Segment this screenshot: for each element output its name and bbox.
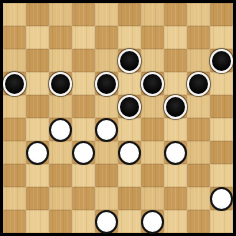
board-square[interactable] xyxy=(118,141,141,164)
board-square[interactable] xyxy=(26,164,49,187)
board-square[interactable] xyxy=(95,72,118,95)
board-square[interactable] xyxy=(210,95,233,118)
board-square[interactable] xyxy=(49,95,72,118)
board-square[interactable] xyxy=(141,210,164,233)
board-square[interactable] xyxy=(95,3,118,26)
white-man[interactable] xyxy=(95,118,118,142)
board-square[interactable] xyxy=(118,72,141,95)
board-square[interactable] xyxy=(118,118,141,141)
board-square[interactable] xyxy=(164,210,187,233)
black-man[interactable] xyxy=(187,72,210,96)
black-man[interactable] xyxy=(118,95,141,119)
board-square[interactable] xyxy=(95,95,118,118)
board-square[interactable] xyxy=(164,72,187,95)
board-square[interactable] xyxy=(210,26,233,49)
board-square[interactable] xyxy=(164,3,187,26)
board-square[interactable] xyxy=(72,118,95,141)
board-square[interactable] xyxy=(210,118,233,141)
black-man[interactable] xyxy=(3,72,26,96)
board-square[interactable] xyxy=(187,210,210,233)
board-square[interactable] xyxy=(187,118,210,141)
black-man[interactable] xyxy=(210,49,233,73)
board-square[interactable] xyxy=(49,141,72,164)
board-square[interactable] xyxy=(49,187,72,210)
board-square[interactable] xyxy=(141,118,164,141)
black-man[interactable] xyxy=(118,49,141,73)
board-square[interactable] xyxy=(26,26,49,49)
draughts-board xyxy=(3,3,233,233)
white-man[interactable] xyxy=(141,210,164,234)
board-square[interactable] xyxy=(187,26,210,49)
board-square[interactable] xyxy=(118,95,141,118)
board-square[interactable] xyxy=(72,26,95,49)
board-square[interactable] xyxy=(187,49,210,72)
board-square[interactable] xyxy=(187,72,210,95)
board-square[interactable] xyxy=(141,164,164,187)
black-man[interactable] xyxy=(141,72,164,96)
white-man[interactable] xyxy=(26,141,49,165)
board-square[interactable] xyxy=(164,164,187,187)
board-square[interactable] xyxy=(95,26,118,49)
white-man[interactable] xyxy=(118,141,141,165)
board-square[interactable] xyxy=(141,72,164,95)
white-man[interactable] xyxy=(72,141,95,165)
board-square[interactable] xyxy=(187,187,210,210)
black-man[interactable] xyxy=(95,72,118,96)
white-man[interactable] xyxy=(49,118,72,142)
board-square[interactable] xyxy=(118,210,141,233)
board-square[interactable] xyxy=(49,3,72,26)
board-square[interactable] xyxy=(3,95,26,118)
board-square[interactable] xyxy=(95,118,118,141)
board-square[interactable] xyxy=(95,49,118,72)
board-square[interactable] xyxy=(187,141,210,164)
board-square[interactable] xyxy=(72,95,95,118)
black-man[interactable] xyxy=(49,72,72,96)
board-square[interactable] xyxy=(3,141,26,164)
black-man[interactable] xyxy=(164,95,187,119)
board-square[interactable] xyxy=(118,49,141,72)
board-square[interactable] xyxy=(26,3,49,26)
board-square[interactable] xyxy=(210,72,233,95)
board-square[interactable] xyxy=(3,118,26,141)
board-square[interactable] xyxy=(95,141,118,164)
board-square[interactable] xyxy=(141,49,164,72)
board-square[interactable] xyxy=(72,49,95,72)
board-square[interactable] xyxy=(49,118,72,141)
board-square[interactable] xyxy=(164,49,187,72)
board-frame xyxy=(0,0,236,236)
board-square[interactable] xyxy=(95,164,118,187)
board-square[interactable] xyxy=(26,95,49,118)
board-square[interactable] xyxy=(210,141,233,164)
board-square[interactable] xyxy=(141,187,164,210)
board-square[interactable] xyxy=(210,210,233,233)
board-square[interactable] xyxy=(3,187,26,210)
board-square[interactable] xyxy=(26,210,49,233)
board-square[interactable] xyxy=(118,26,141,49)
board-square[interactable] xyxy=(72,187,95,210)
board-square[interactable] xyxy=(26,118,49,141)
board-square[interactable] xyxy=(3,72,26,95)
board-square[interactable] xyxy=(49,26,72,49)
board-square[interactable] xyxy=(72,72,95,95)
board-square[interactable] xyxy=(95,210,118,233)
board-square[interactable] xyxy=(26,72,49,95)
board-square[interactable] xyxy=(118,187,141,210)
board-square[interactable] xyxy=(26,49,49,72)
white-man[interactable] xyxy=(164,141,187,165)
board-square[interactable] xyxy=(3,49,26,72)
board-square[interactable] xyxy=(72,164,95,187)
board-square[interactable] xyxy=(210,187,233,210)
board-square[interactable] xyxy=(3,26,26,49)
board-square[interactable] xyxy=(26,187,49,210)
board-square[interactable] xyxy=(210,3,233,26)
board-square[interactable] xyxy=(141,95,164,118)
board-square[interactable] xyxy=(72,210,95,233)
board-square[interactable] xyxy=(141,141,164,164)
board-square[interactable] xyxy=(49,49,72,72)
board-square[interactable] xyxy=(72,3,95,26)
board-square[interactable] xyxy=(164,26,187,49)
white-man[interactable] xyxy=(210,187,233,211)
white-man[interactable] xyxy=(95,210,118,234)
board-square[interactable] xyxy=(3,3,26,26)
board-square[interactable] xyxy=(187,164,210,187)
board-square[interactable] xyxy=(164,118,187,141)
board-square[interactable] xyxy=(210,49,233,72)
board-square[interactable] xyxy=(164,187,187,210)
board-square[interactable] xyxy=(49,164,72,187)
board-square[interactable] xyxy=(141,3,164,26)
board-square[interactable] xyxy=(49,72,72,95)
board-square[interactable] xyxy=(3,164,26,187)
board-square[interactable] xyxy=(210,164,233,187)
board-square[interactable] xyxy=(164,95,187,118)
board-square[interactable] xyxy=(26,141,49,164)
board-square[interactable] xyxy=(72,141,95,164)
board-square[interactable] xyxy=(118,3,141,26)
board-square[interactable] xyxy=(141,26,164,49)
board-square[interactable] xyxy=(95,187,118,210)
board-square[interactable] xyxy=(118,164,141,187)
board-square[interactable] xyxy=(187,95,210,118)
board-square[interactable] xyxy=(49,210,72,233)
board-square[interactable] xyxy=(187,3,210,26)
board-square[interactable] xyxy=(164,141,187,164)
board-square[interactable] xyxy=(3,210,26,233)
